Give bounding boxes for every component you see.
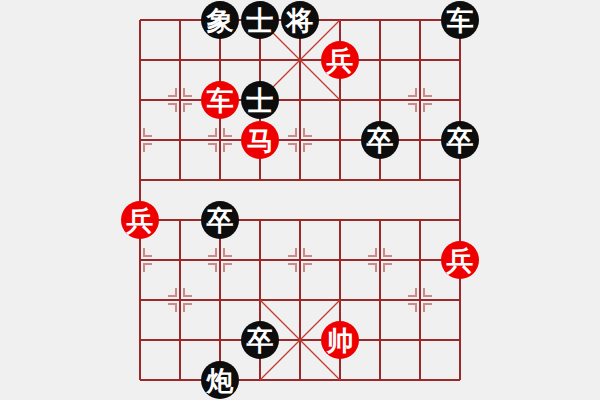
black-cannon-piece[interactable]: 炮 (201, 361, 239, 399)
black-advisor-piece[interactable]: 士 (241, 81, 279, 119)
red-soldier-piece[interactable]: 兵 (441, 241, 479, 279)
black-advisor-piece[interactable]: 士 (241, 1, 279, 39)
pieces-layer: 象士将车兵车士马卒卒兵卒兵卒帅炮 (0, 0, 600, 400)
red-soldier-piece[interactable]: 兵 (121, 201, 159, 239)
black-elephant-piece[interactable]: 象 (201, 1, 239, 39)
red-horse-piece[interactable]: 马 (241, 121, 279, 159)
black-soldier-piece[interactable]: 卒 (241, 321, 279, 359)
xiangqi-board: 象士将车兵车士马卒卒兵卒兵卒帅炮 (0, 0, 600, 400)
black-soldier-piece[interactable]: 卒 (361, 121, 399, 159)
black-general-piece[interactable]: 将 (281, 1, 319, 39)
black-soldier-piece[interactable]: 卒 (441, 121, 479, 159)
red-soldier-piece[interactable]: 兵 (321, 41, 359, 79)
black-chariot-piece[interactable]: 车 (441, 1, 479, 39)
red-general-piece[interactable]: 帅 (321, 321, 359, 359)
black-soldier-piece[interactable]: 卒 (201, 201, 239, 239)
red-chariot-piece[interactable]: 车 (201, 81, 239, 119)
